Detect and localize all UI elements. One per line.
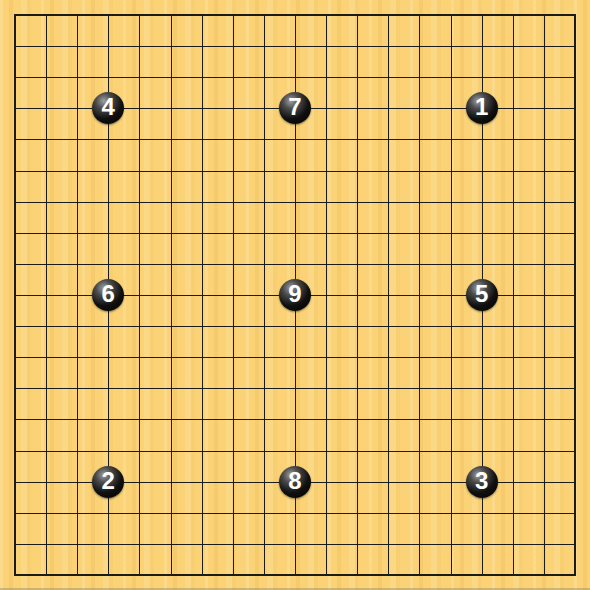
move-number: 5 (475, 282, 488, 306)
stone-black-5: 5 (466, 279, 498, 311)
move-number: 2 (102, 469, 115, 493)
stone-black-6: 6 (92, 279, 124, 311)
stone-black-2: 2 (92, 466, 124, 498)
move-number: 3 (475, 469, 488, 493)
move-number: 4 (102, 95, 115, 119)
move-number: 9 (288, 282, 301, 306)
stone-black-7: 7 (279, 92, 311, 124)
move-number: 1 (475, 95, 488, 119)
move-number: 6 (102, 282, 115, 306)
stone-black-4: 4 (92, 92, 124, 124)
stone-black-1: 1 (466, 92, 498, 124)
stones-layer: 123456789 (0, 0, 590, 590)
stone-black-9: 9 (279, 279, 311, 311)
stone-black-3: 3 (466, 466, 498, 498)
go-board[interactable]: 123456789 (0, 0, 590, 590)
stone-black-8: 8 (279, 466, 311, 498)
move-number: 8 (288, 469, 301, 493)
move-number: 7 (288, 95, 301, 119)
